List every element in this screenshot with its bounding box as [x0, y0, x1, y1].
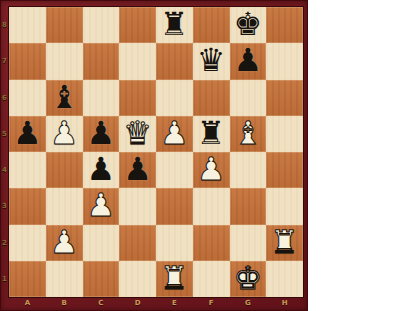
white-pawn-e5[interactable]: ♟ — [160, 117, 189, 149]
square-a4[interactable] — [9, 152, 46, 188]
rank-label-2: 2 — [0, 225, 9, 261]
square-b4[interactable] — [46, 152, 83, 188]
square-g3[interactable] — [230, 188, 267, 224]
square-g4[interactable] — [230, 152, 267, 188]
square-a3[interactable] — [9, 188, 46, 224]
square-c5[interactable]: ♟ — [83, 116, 120, 152]
square-f4[interactable]: ♟ — [193, 152, 230, 188]
white-pawn-b5[interactable]: ♟ — [50, 117, 79, 149]
file-label-h: H — [266, 297, 303, 309]
white-queen-d5[interactable]: ♛ — [123, 117, 152, 149]
square-a7[interactable] — [9, 43, 46, 79]
square-b6[interactable]: ♝ — [46, 80, 83, 116]
square-f8[interactable] — [193, 7, 230, 43]
square-c6[interactable] — [83, 80, 120, 116]
file-label-e: E — [156, 297, 193, 309]
square-e5[interactable]: ♟ — [156, 116, 193, 152]
square-b3[interactable] — [46, 188, 83, 224]
square-d4[interactable]: ♟ — [119, 152, 156, 188]
file-label-a: A — [9, 297, 46, 309]
rank-label-3: 3 — [0, 188, 9, 224]
rank-label-6: 6 — [0, 80, 9, 116]
square-h5[interactable] — [266, 116, 303, 152]
square-a8[interactable] — [9, 7, 46, 43]
black-rook-f5[interactable]: ♜ — [197, 117, 226, 149]
square-b8[interactable] — [46, 7, 83, 43]
square-h7[interactable] — [266, 43, 303, 79]
black-pawn-d4[interactable]: ♟ — [123, 153, 152, 185]
rank-labels: 87654321 — [0, 7, 9, 297]
rank-label-5: 5 — [0, 116, 9, 152]
square-b1[interactable] — [46, 261, 83, 297]
page: 87654321 ♜♚♛♟♝♟♟♟♛♟♜♝♟♟♟♟♟♜♜♚ ABCDEFGH — [0, 0, 414, 311]
chess-board: ♜♚♛♟♝♟♟♟♛♟♜♝♟♟♟♟♟♜♜♚ — [9, 7, 303, 297]
black-king-g8[interactable]: ♚ — [234, 8, 263, 40]
square-h6[interactable] — [266, 80, 303, 116]
square-h3[interactable] — [266, 188, 303, 224]
square-c4[interactable]: ♟ — [83, 152, 120, 188]
square-d5[interactable]: ♛ — [119, 116, 156, 152]
square-h2[interactable]: ♜ — [266, 225, 303, 261]
square-a1[interactable] — [9, 261, 46, 297]
rank-label-4: 4 — [0, 152, 9, 188]
square-g5[interactable]: ♝ — [230, 116, 267, 152]
square-d1[interactable] — [119, 261, 156, 297]
white-pawn-f4[interactable]: ♟ — [197, 153, 226, 185]
square-b5[interactable]: ♟ — [46, 116, 83, 152]
file-labels: ABCDEFGH — [9, 297, 303, 309]
square-c7[interactable] — [83, 43, 120, 79]
square-e3[interactable] — [156, 188, 193, 224]
square-f3[interactable] — [193, 188, 230, 224]
square-b2[interactable]: ♟ — [46, 225, 83, 261]
square-c2[interactable] — [83, 225, 120, 261]
square-g2[interactable] — [230, 225, 267, 261]
square-f2[interactable] — [193, 225, 230, 261]
black-pawn-a5[interactable]: ♟ — [13, 117, 42, 149]
square-h8[interactable] — [266, 7, 303, 43]
file-label-c: C — [83, 297, 120, 309]
white-pawn-c3[interactable]: ♟ — [87, 189, 116, 221]
square-b7[interactable] — [46, 43, 83, 79]
square-f7[interactable]: ♛ — [193, 43, 230, 79]
square-f5[interactable]: ♜ — [193, 116, 230, 152]
square-d7[interactable] — [119, 43, 156, 79]
black-pawn-c5[interactable]: ♟ — [87, 117, 116, 149]
white-rook-h2[interactable]: ♜ — [270, 226, 299, 258]
square-g1[interactable]: ♚ — [230, 261, 267, 297]
square-g6[interactable] — [230, 80, 267, 116]
black-queen-f7[interactable]: ♛ — [197, 44, 226, 76]
square-d6[interactable] — [119, 80, 156, 116]
square-e1[interactable]: ♜ — [156, 261, 193, 297]
square-c8[interactable] — [83, 7, 120, 43]
square-g7[interactable]: ♟ — [230, 43, 267, 79]
square-c3[interactable]: ♟ — [83, 188, 120, 224]
black-pawn-g7[interactable]: ♟ — [234, 44, 263, 76]
white-rook-e1[interactable]: ♜ — [160, 262, 189, 294]
square-e4[interactable] — [156, 152, 193, 188]
file-label-d: D — [119, 297, 156, 309]
rank-label-1: 1 — [0, 261, 9, 297]
chess-board-frame: 87654321 ♜♚♛♟♝♟♟♟♛♟♜♝♟♟♟♟♟♜♜♚ ABCDEFGH — [0, 0, 308, 311]
black-pawn-c4[interactable]: ♟ — [87, 153, 116, 185]
file-label-f: F — [193, 297, 230, 309]
square-e2[interactable] — [156, 225, 193, 261]
square-g8[interactable]: ♚ — [230, 7, 267, 43]
square-d8[interactable] — [119, 7, 156, 43]
square-d2[interactable] — [119, 225, 156, 261]
square-h4[interactable] — [266, 152, 303, 188]
square-c1[interactable] — [83, 261, 120, 297]
white-pawn-b2[interactable]: ♟ — [50, 226, 79, 258]
square-d3[interactable] — [119, 188, 156, 224]
square-e6[interactable] — [156, 80, 193, 116]
square-e7[interactable] — [156, 43, 193, 79]
square-e8[interactable]: ♜ — [156, 7, 193, 43]
rank-label-8: 8 — [0, 7, 9, 43]
square-f6[interactable] — [193, 80, 230, 116]
file-label-g: G — [230, 297, 267, 309]
file-label-b: B — [46, 297, 83, 309]
square-a5[interactable]: ♟ — [9, 116, 46, 152]
square-a6[interactable] — [9, 80, 46, 116]
rank-label-7: 7 — [0, 43, 9, 79]
black-rook-e8[interactable]: ♜ — [160, 8, 189, 40]
square-h1[interactable] — [266, 261, 303, 297]
square-a2[interactable] — [9, 225, 46, 261]
white-king-g1[interactable]: ♚ — [234, 262, 263, 294]
square-f1[interactable] — [193, 261, 230, 297]
white-bishop-g5[interactable]: ♝ — [234, 117, 263, 149]
black-bishop-b6[interactable]: ♝ — [50, 81, 79, 113]
